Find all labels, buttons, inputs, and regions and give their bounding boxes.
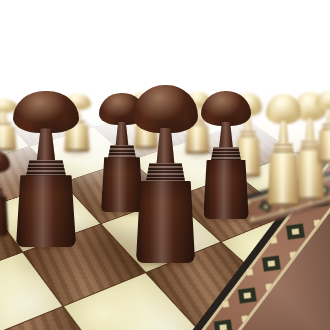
pawn-cap xyxy=(13,91,79,133)
inlay-diamond-inner xyxy=(219,324,227,330)
pawn-cap xyxy=(266,94,301,124)
dark-pawn-edge[interactable] xyxy=(0,150,10,236)
cream-pawn-8[interactable] xyxy=(316,91,330,163)
dark-pawn-a[interactable] xyxy=(13,91,79,247)
inlay-triangle xyxy=(246,269,253,276)
pawn-barrel xyxy=(0,196,8,236)
pawn-cap xyxy=(133,85,198,133)
inlay-triangle xyxy=(270,237,277,244)
pawn-neck xyxy=(154,128,176,167)
pawn-neck xyxy=(305,118,316,142)
inlay-triangle xyxy=(222,301,229,308)
pawn-neck xyxy=(218,122,235,150)
pawn-barrel xyxy=(318,130,330,163)
pawn-neck xyxy=(114,122,130,148)
pawn-neck xyxy=(35,128,57,162)
inlay-diamond-inner xyxy=(292,228,300,235)
inlay-diamond-outer xyxy=(214,319,233,330)
cream-pawn-6[interactable] xyxy=(266,94,301,206)
pawn-neck xyxy=(326,108,330,124)
pawn-barrel xyxy=(136,181,195,263)
pawn-cap xyxy=(0,150,10,173)
pawn-cap xyxy=(201,91,251,126)
photo-scene xyxy=(0,0,330,330)
inlay-diamond-outer xyxy=(286,224,305,240)
inlay-diamond-inner xyxy=(243,292,251,299)
inlay-diamond-inner xyxy=(267,260,275,267)
inlay-diamond-outer xyxy=(262,256,281,272)
pawn-barrel xyxy=(268,154,300,206)
pawn-cap xyxy=(316,91,330,110)
pawn-barrel xyxy=(16,175,75,247)
inlay-diamond-outer xyxy=(238,287,257,303)
pawn-neck xyxy=(0,111,8,122)
dark-pawn-center[interactable] xyxy=(133,85,198,263)
dark-pawn-d[interactable] xyxy=(201,91,251,219)
pawn-barrel xyxy=(204,160,249,219)
pawn-neck xyxy=(278,121,290,146)
